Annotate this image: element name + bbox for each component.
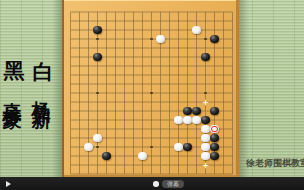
white-stone	[192, 116, 201, 125]
black-stone	[183, 143, 192, 152]
white-stone	[201, 143, 210, 152]
white-stone	[192, 26, 201, 35]
play-icon[interactable]	[6, 181, 11, 187]
black-stone	[183, 107, 192, 116]
left-panel-shadow	[52, 0, 62, 190]
video-player-bar: 弹幕	[0, 177, 304, 190]
white-stone	[93, 134, 102, 143]
black-stone	[192, 107, 201, 116]
white-stone	[201, 152, 210, 161]
white-stone	[201, 125, 210, 134]
black-stone	[210, 152, 219, 161]
star-point	[150, 146, 152, 148]
star-point	[96, 146, 98, 148]
star-point	[96, 92, 98, 94]
sparkle-marker-icon	[202, 162, 209, 169]
danmaku-pill[interactable]: 弹幕	[162, 180, 184, 188]
star-point	[204, 38, 206, 40]
white-stone	[210, 125, 219, 134]
white-player-name: 杨鼎新	[32, 86, 51, 98]
black-stone	[210, 134, 219, 143]
white-stone	[84, 143, 93, 152]
white-stone	[138, 152, 147, 161]
danmaku-toggle-icon[interactable]	[153, 181, 159, 187]
black-stone	[210, 143, 219, 152]
black-stone	[210, 107, 219, 116]
black-stone	[102, 152, 111, 161]
star-point	[150, 38, 152, 40]
black-stone	[210, 35, 219, 44]
white-stone	[174, 116, 183, 125]
last-move-marker	[211, 126, 217, 132]
star-point	[96, 38, 98, 40]
white-stone	[174, 143, 183, 152]
video-surface[interactable]: 黑 白 辜梓豪 杨鼎新 徐老师围棋教室 弹幕	[0, 0, 304, 190]
star-point	[150, 92, 152, 94]
sparkle-marker-icon	[202, 99, 209, 106]
go-board	[62, 0, 239, 177]
star-point	[204, 92, 206, 94]
white-stone	[201, 134, 210, 143]
black-stone	[201, 116, 210, 125]
black-stone	[93, 26, 102, 35]
watermark-text: 徐老师围棋教室	[246, 157, 304, 170]
black-stone	[93, 53, 102, 62]
black-stone	[201, 53, 210, 62]
white-stone	[183, 116, 192, 125]
black-player-name: 辜梓豪	[3, 86, 22, 98]
white-stone	[156, 35, 165, 44]
